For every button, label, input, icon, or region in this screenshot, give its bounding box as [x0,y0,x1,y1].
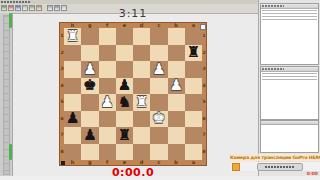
rank-label-4: 4 [60,78,64,95]
rank-label-7: 7 [202,127,206,144]
square-h2[interactable] [64,45,81,62]
square-b7[interactable] [168,127,185,144]
square-d8[interactable] [133,144,150,161]
file-label-c: c [150,23,167,28]
square-e2[interactable] [116,45,133,62]
engine-pane-1-header [261,4,318,9]
square-d3[interactable] [133,61,150,78]
rank-label-1: 1 [60,28,64,45]
square-a8[interactable] [185,144,202,161]
square-e7[interactable]: ♜ [116,127,133,144]
toolbar-icon[interactable] [36,5,42,11]
camera-timer: 0:00 [307,171,318,176]
square-c1[interactable] [150,28,167,45]
square-b1[interactable] [168,28,185,45]
engine-pane-2-header [261,67,318,72]
file-label-g: g [81,23,98,28]
piece-white-pawn[interactable]: ♟ [152,62,165,77]
square-h7[interactable] [64,127,81,144]
square-f7[interactable] [99,127,116,144]
rank-label-2: 2 [202,45,206,62]
piece-black-king[interactable]: ♚ [83,78,96,93]
square-f2[interactable] [99,45,116,62]
square-c8[interactable] [150,144,167,161]
square-c4[interactable] [150,78,167,95]
file-label-b: b [168,23,185,28]
engine-pane-1[interactable] [260,3,319,65]
square-f3[interactable] [99,61,116,78]
file-label-e: e [116,160,133,165]
square-c2[interactable] [150,45,167,62]
camera-control-row [230,162,320,171]
square-g7[interactable]: ♟ [81,127,98,144]
toolbar-icon[interactable] [29,5,35,11]
rank-label-6: 6 [202,111,206,128]
file-label-a: a [185,160,202,165]
piece-black-knight[interactable]: ♞ [118,95,131,110]
file-label-b: b [168,160,185,165]
square-f4[interactable] [99,78,116,95]
square-g2[interactable] [81,45,98,62]
file-label-f: f [99,160,116,165]
square-g8[interactable] [81,144,98,161]
piece-white-pawn[interactable]: ♟ [169,78,182,93]
square-e6[interactable] [116,111,133,128]
square-c5[interactable] [150,94,167,111]
left-strip-indicator-bottom [9,144,12,160]
file-label-e: e [116,23,133,28]
notation-pane[interactable] [260,120,319,153]
file-label-a: a [185,23,202,28]
square-h1[interactable]: ♜ [64,28,81,45]
board-grid: ♜♜♟♟♚♟♟♟♞♜♟♚♟♜ [64,28,202,160]
square-a3[interactable] [185,61,202,78]
square-h3[interactable] [64,61,81,78]
square-c6[interactable]: ♚ [150,111,167,128]
right-panel [258,0,320,180]
engine-pane-2-title [262,68,284,70]
toolbar-icon[interactable] [8,5,14,11]
window-title [1,1,31,3]
square-e8[interactable] [116,144,133,161]
engine-pane-1-title [262,5,284,7]
square-e3[interactable] [116,61,133,78]
square-h6[interactable]: ♟ [64,111,81,128]
square-b2[interactable] [168,45,185,62]
toolbar-icon[interactable] [47,5,53,11]
square-a5[interactable] [185,94,202,111]
piece-white-rook[interactable]: ♜ [66,29,79,44]
camera-color-swatch [232,163,240,171]
rank-label-4: 4 [202,78,206,95]
square-f6[interactable] [99,111,116,128]
rank-label-7: 7 [60,127,64,144]
piece-white-pawn[interactable]: ♟ [100,95,113,110]
square-a2[interactable]: ♜ [185,45,202,62]
piece-black-pawn[interactable]: ♟ [66,111,79,126]
square-h5[interactable] [64,94,81,111]
rank-label-5: 5 [202,94,206,111]
piece-black-pawn[interactable]: ♟ [118,78,131,93]
camera-button-label [265,166,295,168]
square-b8[interactable] [168,144,185,161]
notation-pane-header [261,121,318,125]
square-d7[interactable] [133,127,150,144]
file-label-h: h [64,160,81,165]
file-label-c: c [150,160,167,165]
chess-board: ♜♜♟♟♚♟♟♟♞♜♟♚♟♜ hhggffeeddccbbaa112233445… [59,22,207,166]
square-g4[interactable]: ♚ [81,78,98,95]
piece-white-pawn[interactable]: ♟ [83,62,96,77]
square-e5[interactable]: ♞ [116,94,133,111]
file-label-g: g [81,160,98,165]
square-g5[interactable] [81,94,98,111]
rank-label-5: 5 [60,94,64,111]
toolbar-icon[interactable] [15,5,21,11]
engine-pane-2[interactable] [260,66,319,120]
opponent-clock: 3:11 [59,7,207,20]
square-f8[interactable] [99,144,116,161]
square-f1[interactable] [99,28,116,45]
square-h8[interactable] [64,144,81,161]
piece-black-rook[interactable]: ♜ [118,128,131,143]
rank-label-8: 8 [60,144,64,161]
left-strip-indicator-top [9,13,12,28]
rank-label-6: 6 [60,111,64,128]
square-g1[interactable] [81,28,98,45]
piece-white-rook[interactable]: ♜ [135,95,148,110]
square-b3[interactable] [168,61,185,78]
engine-pane-1-text [262,10,317,22]
square-c3[interactable]: ♟ [150,61,167,78]
square-d4[interactable] [133,78,150,95]
engine-pane-2-text [262,73,317,81]
square-a1[interactable] [185,28,202,45]
square-b5[interactable] [168,94,185,111]
square-d1[interactable] [133,28,150,45]
toolbar-icon[interactable] [1,5,7,11]
square-f5[interactable]: ♟ [99,94,116,111]
rank-label-1: 1 [202,28,206,45]
rank-label-8: 8 [202,144,206,161]
square-g6[interactable] [81,111,98,128]
square-e4[interactable]: ♟ [116,78,133,95]
square-c7[interactable] [150,127,167,144]
rank-label-3: 3 [60,61,64,78]
square-e1[interactable] [116,28,133,45]
rank-label-3: 3 [202,61,206,78]
square-d6[interactable] [133,111,150,128]
piece-black-pawn[interactable]: ♟ [83,128,96,143]
rank-label-2: 2 [60,45,64,62]
square-b4[interactable]: ♟ [168,78,185,95]
square-a4[interactable] [185,78,202,95]
square-h4[interactable] [64,78,81,95]
camera-caption: Камера для трансляции GoPro HERO3+ [230,154,320,161]
square-g3[interactable]: ♟ [81,61,98,78]
camera-button[interactable] [257,163,303,171]
square-a6[interactable] [185,111,202,128]
square-b6[interactable] [168,111,185,128]
piece-white-king[interactable]: ♚ [152,111,165,126]
file-label-d: d [133,23,150,28]
square-a7[interactable] [185,127,202,144]
square-d2[interactable] [133,45,150,62]
file-label-d: d [133,160,150,165]
square-d5[interactable]: ♜ [133,94,150,111]
broadcast-overlay: Камера для трансляции GoPro HERO3+ 0:00 [230,154,320,180]
piece-black-rook[interactable]: ♜ [187,45,200,60]
file-label-h: h [64,23,81,28]
toolbar-icon[interactable] [22,5,28,11]
file-label-f: f [99,23,116,28]
